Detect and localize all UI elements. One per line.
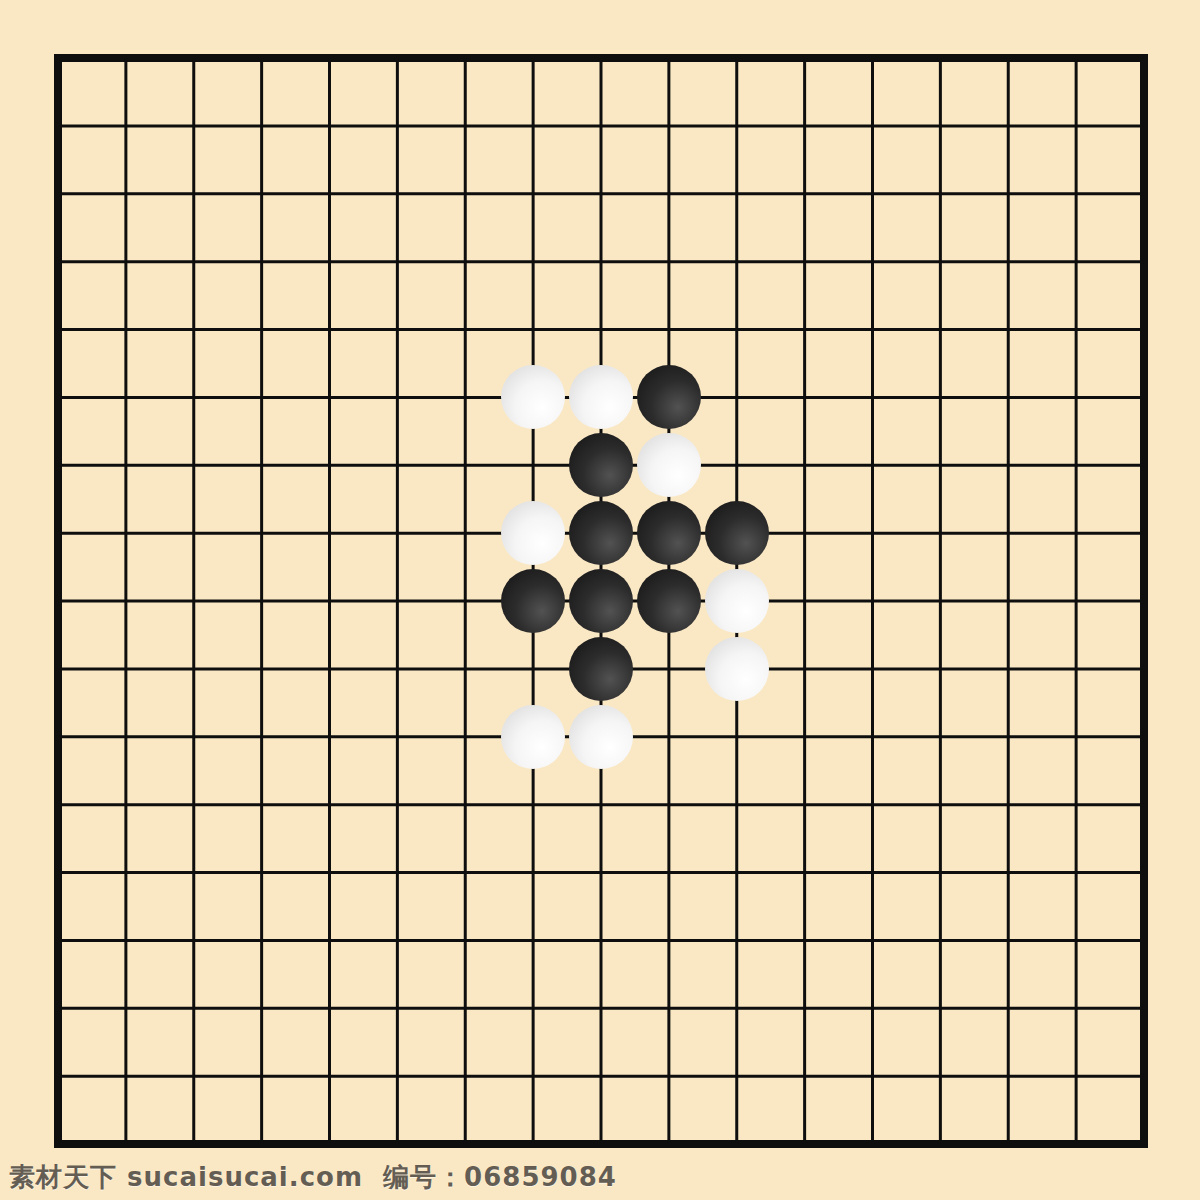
stones-layer: [0, 0, 1200, 1200]
watermark-text: 素材天下 sucaisucai.com 编号：06859084: [9, 1160, 617, 1195]
black-stone[interactable]: [705, 501, 769, 565]
black-stone[interactable]: [569, 501, 633, 565]
white-stone[interactable]: [705, 637, 769, 701]
black-stone[interactable]: [569, 637, 633, 701]
white-stone[interactable]: [569, 365, 633, 429]
white-stone[interactable]: [569, 705, 633, 769]
black-stone[interactable]: [637, 501, 701, 565]
black-stone[interactable]: [637, 365, 701, 429]
black-stone[interactable]: [501, 569, 565, 633]
black-stone[interactable]: [569, 569, 633, 633]
black-stone[interactable]: [569, 433, 633, 497]
black-stone[interactable]: [637, 569, 701, 633]
go-board-illustration: 素材天下 sucaisucai.com 编号：06859084: [0, 0, 1200, 1200]
white-stone[interactable]: [501, 705, 565, 769]
white-stone[interactable]: [501, 365, 565, 429]
white-stone[interactable]: [501, 501, 565, 565]
white-stone[interactable]: [705, 569, 769, 633]
white-stone[interactable]: [637, 433, 701, 497]
